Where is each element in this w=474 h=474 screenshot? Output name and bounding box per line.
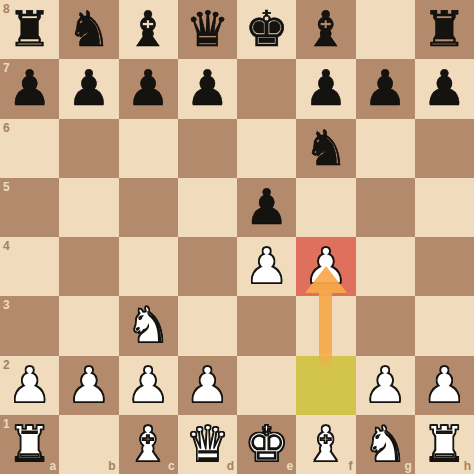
square-e7[interactable] (237, 59, 296, 118)
square-e8[interactable]: ♚ (237, 0, 296, 59)
square-f1[interactable]: f♝ (296, 415, 355, 474)
square-h3[interactable] (415, 296, 474, 355)
square-d1[interactable]: d♛ (178, 415, 237, 474)
square-f7[interactable]: ♟ (296, 59, 355, 118)
white-queen-d1[interactable]: ♛ (185, 415, 229, 474)
square-d4[interactable] (178, 237, 237, 296)
square-d2[interactable]: ♟ (178, 356, 237, 415)
file-label-f: f (349, 459, 353, 473)
square-e3[interactable] (237, 296, 296, 355)
square-a7[interactable]: 7♟ (0, 59, 59, 118)
white-pawn-b2[interactable]: ♟ (67, 356, 111, 415)
black-bishop-c8[interactable]: ♝ (126, 0, 170, 59)
square-f3[interactable] (296, 296, 355, 355)
white-king-e1[interactable]: ♚ (245, 415, 289, 474)
square-e1[interactable]: e♚ (237, 415, 296, 474)
white-pawn-f4[interactable]: ♟ (304, 237, 348, 296)
square-d6[interactable] (178, 119, 237, 178)
square-e4[interactable]: ♟ (237, 237, 296, 296)
square-g8[interactable] (356, 0, 415, 59)
square-e6[interactable] (237, 119, 296, 178)
square-g3[interactable] (356, 296, 415, 355)
square-f5[interactable] (296, 178, 355, 237)
square-b4[interactable] (59, 237, 118, 296)
black-pawn-h7[interactable]: ♟ (422, 59, 466, 118)
square-a8[interactable]: 8♜ (0, 0, 59, 59)
black-bishop-f8[interactable]: ♝ (304, 0, 348, 59)
square-b1[interactable]: b (59, 415, 118, 474)
white-pawn-h2[interactable]: ♟ (422, 356, 466, 415)
square-a6[interactable]: 6 (0, 119, 59, 178)
white-pawn-c2[interactable]: ♟ (126, 356, 170, 415)
white-pawn-d2[interactable]: ♟ (185, 356, 229, 415)
square-d5[interactable] (178, 178, 237, 237)
black-pawn-e5[interactable]: ♟ (245, 178, 289, 237)
square-e5[interactable]: ♟ (237, 178, 296, 237)
white-knight-c3[interactable]: ♞ (126, 296, 170, 355)
rank-label-3: 3 (3, 298, 10, 312)
square-h5[interactable] (415, 178, 474, 237)
black-pawn-a7[interactable]: ♟ (8, 59, 52, 118)
square-b5[interactable] (59, 178, 118, 237)
black-pawn-f7[interactable]: ♟ (304, 59, 348, 118)
square-b6[interactable] (59, 119, 118, 178)
square-f4[interactable]: ♟ (296, 237, 355, 296)
black-rook-a8[interactable]: ♜ (8, 0, 52, 59)
square-g4[interactable] (356, 237, 415, 296)
square-f2[interactable] (296, 356, 355, 415)
black-king-e8[interactable]: ♚ (245, 0, 289, 59)
square-f6[interactable]: ♞ (296, 119, 355, 178)
square-b2[interactable]: ♟ (59, 356, 118, 415)
black-pawn-b7[interactable]: ♟ (67, 59, 111, 118)
square-h4[interactable] (415, 237, 474, 296)
square-g2[interactable]: ♟ (356, 356, 415, 415)
square-b7[interactable]: ♟ (59, 59, 118, 118)
square-b8[interactable]: ♞ (59, 0, 118, 59)
square-c1[interactable]: c♝ (119, 415, 178, 474)
square-h1[interactable]: h♜ (415, 415, 474, 474)
white-bishop-f1[interactable]: ♝ (304, 415, 348, 474)
square-h2[interactable]: ♟ (415, 356, 474, 415)
square-a5[interactable]: 5 (0, 178, 59, 237)
square-e2[interactable] (237, 356, 296, 415)
black-rook-h8[interactable]: ♜ (422, 0, 466, 59)
square-g6[interactable] (356, 119, 415, 178)
black-pawn-d7[interactable]: ♟ (185, 59, 229, 118)
square-a3[interactable]: 3 (0, 296, 59, 355)
black-pawn-g7[interactable]: ♟ (363, 59, 407, 118)
square-h6[interactable] (415, 119, 474, 178)
square-d3[interactable] (178, 296, 237, 355)
black-knight-f6[interactable]: ♞ (304, 119, 348, 178)
square-d7[interactable]: ♟ (178, 59, 237, 118)
chess-board-wrapper: 8♜♞♝♛♚♝♜7♟♟♟♟♟♟♟6♞5♟4♟♟3♞2♟♟♟♟♟♟1a♜bc♝d♛… (0, 0, 474, 474)
white-knight-g1[interactable]: ♞ (363, 415, 407, 474)
rank-label-6: 6 (3, 121, 10, 135)
black-knight-b8[interactable]: ♞ (67, 0, 111, 59)
white-pawn-e4[interactable]: ♟ (245, 237, 289, 296)
black-pawn-c7[interactable]: ♟ (126, 59, 170, 118)
rank-label-5: 5 (3, 180, 10, 194)
white-rook-h1[interactable]: ♜ (422, 415, 466, 474)
file-label-b: b (108, 459, 115, 473)
square-c2[interactable]: ♟ (119, 356, 178, 415)
black-queen-d8[interactable]: ♛ (185, 0, 229, 59)
square-g5[interactable] (356, 178, 415, 237)
white-pawn-g2[interactable]: ♟ (363, 356, 407, 415)
square-f8[interactable]: ♝ (296, 0, 355, 59)
chess-board[interactable]: 8♜♞♝♛♚♝♜7♟♟♟♟♟♟♟6♞5♟4♟♟3♞2♟♟♟♟♟♟1a♜bc♝d♛… (0, 0, 474, 474)
square-c8[interactable]: ♝ (119, 0, 178, 59)
square-b3[interactable] (59, 296, 118, 355)
square-g7[interactable]: ♟ (356, 59, 415, 118)
square-c5[interactable] (119, 178, 178, 237)
square-c3[interactable]: ♞ (119, 296, 178, 355)
square-c4[interactable] (119, 237, 178, 296)
square-g1[interactable]: g♞ (356, 415, 415, 474)
square-a4[interactable]: 4 (0, 237, 59, 296)
white-pawn-a2[interactable]: ♟ (8, 356, 52, 415)
square-a1[interactable]: 1a♜ (0, 415, 59, 474)
square-c7[interactable]: ♟ (119, 59, 178, 118)
rank-label-4: 4 (3, 239, 10, 253)
white-rook-a1[interactable]: ♜ (8, 415, 52, 474)
square-h7[interactable]: ♟ (415, 59, 474, 118)
square-a2[interactable]: 2♟ (0, 356, 59, 415)
square-c6[interactable] (119, 119, 178, 178)
white-bishop-c1[interactable]: ♝ (126, 415, 170, 474)
square-h8[interactable]: ♜ (415, 0, 474, 59)
square-d8[interactable]: ♛ (178, 0, 237, 59)
